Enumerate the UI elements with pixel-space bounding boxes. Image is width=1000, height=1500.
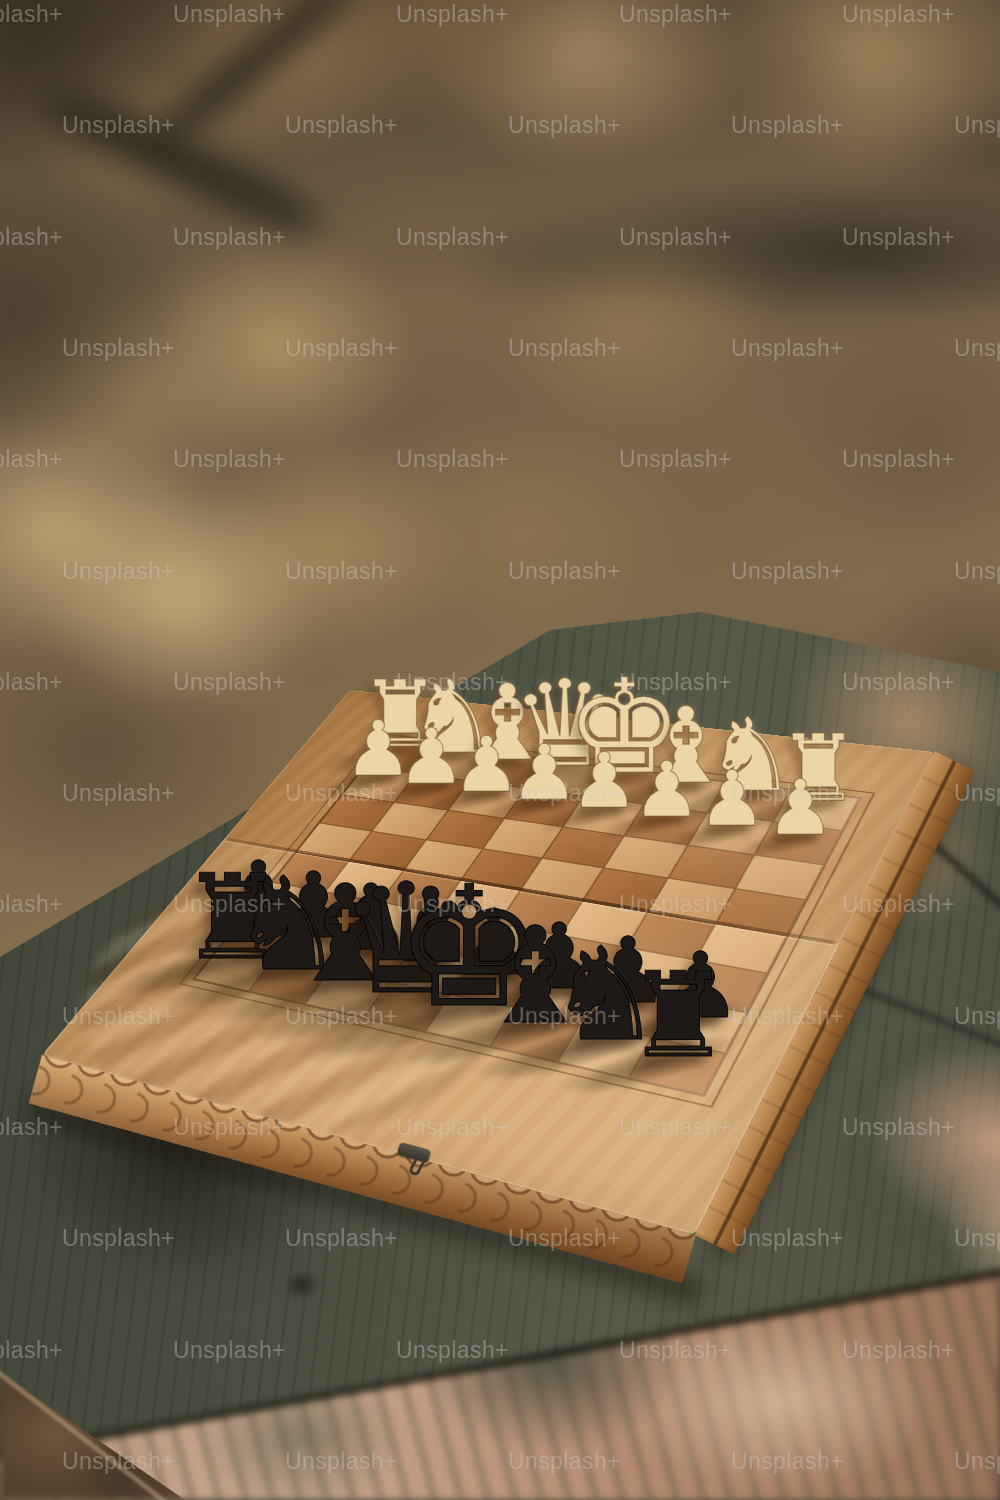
photo-canvas: ♜♞♝♛♚♝♞♜♟♟♟♟♟♟♟♟♟♟♟♟♟♟♟♟♜♞♝♛♚♝♞♜ Unsplas…	[0, 0, 1000, 1500]
